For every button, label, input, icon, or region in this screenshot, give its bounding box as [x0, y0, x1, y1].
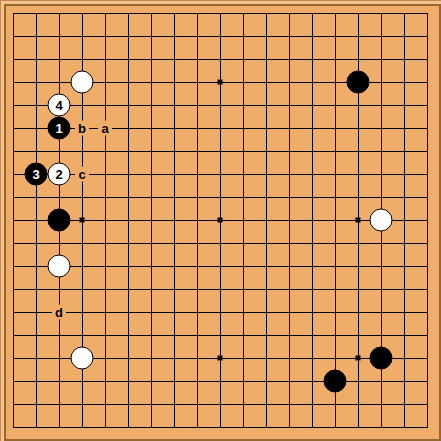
white-stone [370, 209, 393, 232]
point-label-a: a [98, 121, 112, 136]
point-label-c: c [75, 167, 89, 182]
black-stone-move-1: 1 [48, 117, 71, 140]
star-point [218, 218, 223, 223]
go-board-diagram: abcd4213 [0, 0, 441, 441]
white-stone-move-4: 4 [48, 94, 71, 117]
star-point [80, 218, 85, 223]
black-stone [370, 347, 393, 370]
star-point [218, 356, 223, 361]
star-point [356, 218, 361, 223]
move-number: 2 [55, 168, 62, 181]
white-stone [48, 255, 71, 278]
black-stone-move-3: 3 [25, 163, 48, 186]
white-stone [71, 71, 94, 94]
black-stone [324, 370, 347, 393]
point-label-d: d [52, 305, 66, 320]
move-number: 1 [55, 122, 62, 135]
star-point [218, 80, 223, 85]
star-point [356, 356, 361, 361]
white-stone-move-2: 2 [48, 163, 71, 186]
black-stone [48, 209, 71, 232]
white-stone [71, 347, 94, 370]
move-number: 3 [32, 168, 39, 181]
point-label-b: b [75, 121, 89, 136]
move-number: 4 [55, 99, 62, 112]
black-stone [347, 71, 370, 94]
